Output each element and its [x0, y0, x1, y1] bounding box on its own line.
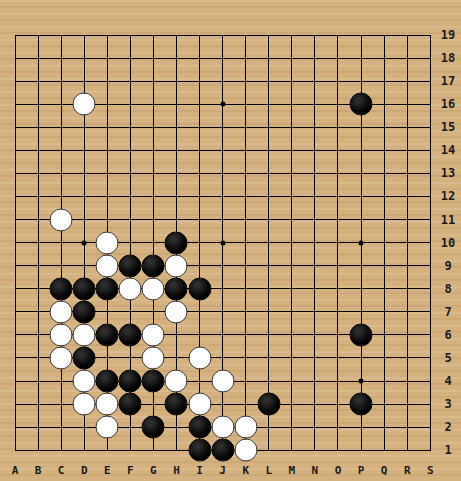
- row-label-3: 3: [437, 397, 459, 411]
- white-stone-G5[interactable]: [142, 346, 165, 369]
- black-stone-L3[interactable]: [257, 393, 280, 416]
- grid-line-vertical: [61, 35, 62, 451]
- white-stone-E10[interactable]: [96, 231, 119, 254]
- grid-line-vertical: [407, 35, 408, 451]
- grid-line-vertical: [268, 35, 269, 451]
- grid-line-vertical: [314, 35, 315, 451]
- black-stone-C8[interactable]: [50, 277, 73, 300]
- column-label-P: P: [352, 464, 370, 477]
- column-label-M: M: [283, 464, 301, 477]
- white-stone-F8[interactable]: [119, 277, 142, 300]
- white-stone-D6[interactable]: [73, 323, 96, 346]
- grid-line-vertical: [430, 35, 431, 451]
- white-stone-I3[interactable]: [188, 393, 211, 416]
- black-stone-G9[interactable]: [142, 254, 165, 277]
- column-label-I: I: [191, 464, 209, 477]
- white-stone-K1[interactable]: [234, 439, 257, 462]
- go-board: ABCDEFGHIJKLMNOPQRS191817161514131211109…: [0, 0, 461, 481]
- black-stone-F6[interactable]: [119, 323, 142, 346]
- row-label-2: 2: [437, 420, 459, 434]
- white-stone-D16[interactable]: [73, 93, 96, 116]
- white-stone-H7[interactable]: [165, 300, 188, 323]
- column-label-B: B: [29, 464, 47, 477]
- grid-line-vertical: [337, 35, 338, 451]
- black-stone-G2[interactable]: [142, 416, 165, 439]
- grid-line-vertical: [199, 35, 200, 451]
- star-point: [359, 379, 364, 384]
- white-stone-E2[interactable]: [96, 416, 119, 439]
- row-label-10: 10: [437, 236, 459, 250]
- white-stone-G8[interactable]: [142, 277, 165, 300]
- black-stone-D5[interactable]: [73, 346, 96, 369]
- column-label-D: D: [75, 464, 93, 477]
- column-label-G: G: [144, 464, 162, 477]
- grid-line-horizontal: [15, 150, 431, 151]
- black-stone-P3[interactable]: [350, 393, 373, 416]
- grid-line-horizontal: [15, 173, 431, 174]
- white-stone-D3[interactable]: [73, 393, 96, 416]
- row-label-6: 6: [437, 328, 459, 342]
- column-label-L: L: [260, 464, 278, 477]
- grid-line-vertical: [384, 35, 385, 451]
- row-label-7: 7: [437, 305, 459, 319]
- row-label-1: 1: [437, 443, 459, 457]
- column-label-N: N: [306, 464, 324, 477]
- grid-line-horizontal: [15, 127, 431, 128]
- black-stone-D7[interactable]: [73, 300, 96, 323]
- white-stone-G6[interactable]: [142, 323, 165, 346]
- column-label-J: J: [214, 464, 232, 477]
- black-stone-P16[interactable]: [350, 93, 373, 116]
- grid-line-horizontal: [15, 219, 431, 220]
- row-label-16: 16: [437, 97, 459, 111]
- white-stone-H4[interactable]: [165, 370, 188, 393]
- column-label-Q: Q: [375, 464, 393, 477]
- column-label-R: R: [398, 464, 416, 477]
- grid-line-horizontal: [15, 265, 431, 266]
- black-stone-F9[interactable]: [119, 254, 142, 277]
- black-stone-G4[interactable]: [142, 370, 165, 393]
- row-label-4: 4: [437, 374, 459, 388]
- row-label-8: 8: [437, 282, 459, 296]
- grid-line-vertical: [245, 35, 246, 451]
- column-label-S: S: [421, 464, 439, 477]
- star-point: [220, 102, 225, 107]
- row-label-18: 18: [437, 51, 459, 65]
- black-stone-I8[interactable]: [188, 277, 211, 300]
- black-stone-F3[interactable]: [119, 393, 142, 416]
- white-stone-J4[interactable]: [211, 370, 234, 393]
- white-stone-I5[interactable]: [188, 346, 211, 369]
- black-stone-H8[interactable]: [165, 277, 188, 300]
- white-stone-C7[interactable]: [50, 300, 73, 323]
- grid-line-vertical: [15, 35, 16, 451]
- grid-line-horizontal: [15, 81, 431, 82]
- white-stone-K2[interactable]: [234, 416, 257, 439]
- star-point: [220, 240, 225, 245]
- row-label-9: 9: [437, 259, 459, 273]
- column-label-C: C: [52, 464, 70, 477]
- column-label-F: F: [121, 464, 139, 477]
- row-label-15: 15: [437, 120, 459, 134]
- white-stone-C11[interactable]: [50, 208, 73, 231]
- row-label-5: 5: [437, 351, 459, 365]
- black-stone-D8[interactable]: [73, 277, 96, 300]
- white-stone-C6[interactable]: [50, 323, 73, 346]
- black-stone-E8[interactable]: [96, 277, 119, 300]
- black-stone-H3[interactable]: [165, 393, 188, 416]
- white-stone-D4[interactable]: [73, 370, 96, 393]
- black-stone-E6[interactable]: [96, 323, 119, 346]
- white-stone-E3[interactable]: [96, 393, 119, 416]
- black-stone-E4[interactable]: [96, 370, 119, 393]
- grid-line-horizontal: [15, 35, 431, 36]
- black-stone-P6[interactable]: [350, 323, 373, 346]
- star-point: [82, 240, 87, 245]
- column-label-A: A: [6, 464, 24, 477]
- row-label-11: 11: [437, 213, 459, 227]
- column-label-O: O: [329, 464, 347, 477]
- grid-line-vertical: [38, 35, 39, 451]
- black-stone-F4[interactable]: [119, 370, 142, 393]
- column-label-H: H: [167, 464, 185, 477]
- black-stone-I1[interactable]: [188, 439, 211, 462]
- black-stone-I2[interactable]: [188, 416, 211, 439]
- black-stone-J1[interactable]: [211, 439, 234, 462]
- grid-line-vertical: [291, 35, 292, 451]
- star-point: [359, 240, 364, 245]
- grid-line-horizontal: [15, 58, 431, 59]
- column-label-K: K: [237, 464, 255, 477]
- row-label-12: 12: [437, 189, 459, 203]
- row-label-17: 17: [437, 74, 459, 88]
- row-label-19: 19: [437, 28, 459, 42]
- row-label-13: 13: [437, 166, 459, 180]
- white-stone-H9[interactable]: [165, 254, 188, 277]
- row-label-14: 14: [437, 143, 459, 157]
- white-stone-E9[interactable]: [96, 254, 119, 277]
- white-stone-J2[interactable]: [211, 416, 234, 439]
- black-stone-H10[interactable]: [165, 231, 188, 254]
- grid-line-horizontal: [15, 196, 431, 197]
- column-label-E: E: [98, 464, 116, 477]
- white-stone-C5[interactable]: [50, 346, 73, 369]
